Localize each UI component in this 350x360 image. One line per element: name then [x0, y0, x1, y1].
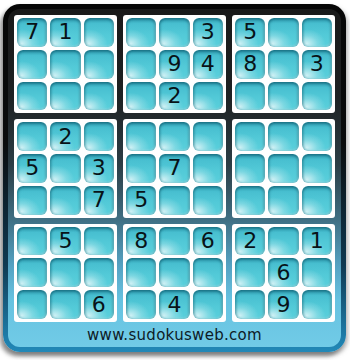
- cell-r4c3[interactable]: [84, 122, 114, 151]
- cell-r4c8[interactable]: [268, 122, 298, 151]
- cell-r3c8[interactable]: [268, 82, 298, 111]
- cell-r9c2[interactable]: [50, 290, 80, 319]
- cell-r1c5[interactable]: [159, 18, 189, 47]
- cell-r9c5[interactable]: 4: [159, 290, 189, 319]
- sudoku-board: 713942583253775568642169: [14, 15, 335, 322]
- cell-r1c9[interactable]: [302, 18, 332, 47]
- cell-r9c4[interactable]: [126, 290, 156, 319]
- cell-r1c7[interactable]: 5: [235, 18, 265, 47]
- sudoku-card-inner: 713942583253775568642169 www.sudokusweb.…: [8, 9, 341, 347]
- cell-r8c9[interactable]: [302, 258, 332, 287]
- cell-r3c7[interactable]: [235, 82, 265, 111]
- cell-r1c4[interactable]: [126, 18, 156, 47]
- cell-r3c4[interactable]: [126, 82, 156, 111]
- cell-r5c8[interactable]: [268, 154, 298, 183]
- cell-r1c3[interactable]: [84, 18, 114, 47]
- cell-r8c2[interactable]: [50, 258, 80, 287]
- cell-r7c3[interactable]: [84, 227, 114, 256]
- cell-r1c8[interactable]: [268, 18, 298, 47]
- cell-r3c2[interactable]: [50, 82, 80, 111]
- cell-r1c2[interactable]: 1: [50, 18, 80, 47]
- cell-r9c3[interactable]: 6: [84, 290, 114, 319]
- cell-r7c8[interactable]: [268, 227, 298, 256]
- cell-r7c4[interactable]: 8: [126, 227, 156, 256]
- sudoku-box-9: 2169: [232, 224, 335, 322]
- site-url[interactable]: www.sudokusweb.com: [87, 326, 262, 344]
- cell-r6c2[interactable]: [50, 186, 80, 215]
- cell-r5c9[interactable]: [302, 154, 332, 183]
- cell-r8c3[interactable]: [84, 258, 114, 287]
- sudoku-box-5: 75: [123, 119, 226, 217]
- cell-r2c7[interactable]: 8: [235, 50, 265, 79]
- cell-r4c2[interactable]: 2: [50, 122, 80, 151]
- cell-r6c9[interactable]: [302, 186, 332, 215]
- cell-r6c5[interactable]: [159, 186, 189, 215]
- cell-r3c9[interactable]: [302, 82, 332, 111]
- sudoku-card: 713942583253775568642169 www.sudokusweb.…: [3, 4, 346, 352]
- cell-r3c3[interactable]: [84, 82, 114, 111]
- cell-r5c2[interactable]: [50, 154, 80, 183]
- sudoku-box-1: 71: [14, 15, 117, 113]
- cell-r2c4[interactable]: [126, 50, 156, 79]
- cell-r9c7[interactable]: [235, 290, 265, 319]
- cell-r9c8[interactable]: 9: [268, 290, 298, 319]
- cell-r7c1[interactable]: [17, 227, 47, 256]
- cell-r2c8[interactable]: [268, 50, 298, 79]
- sudoku-box-8: 864: [123, 224, 226, 322]
- cell-r5c3[interactable]: 3: [84, 154, 114, 183]
- sudoku-box-3: 583: [232, 15, 335, 113]
- cell-r6c8[interactable]: [268, 186, 298, 215]
- cell-r5c5[interactable]: 7: [159, 154, 189, 183]
- cell-r6c7[interactable]: [235, 186, 265, 215]
- cell-r1c6[interactable]: 3: [193, 18, 223, 47]
- cell-r2c6[interactable]: 4: [193, 50, 223, 79]
- sudoku-box-6: [232, 119, 335, 217]
- cell-r1c1[interactable]: 7: [17, 18, 47, 47]
- sudoku-box-4: 2537: [14, 119, 117, 217]
- footer-bar: www.sudokusweb.com: [8, 322, 341, 347]
- cell-r5c4[interactable]: [126, 154, 156, 183]
- cell-r7c5[interactable]: [159, 227, 189, 256]
- cell-r8c8[interactable]: 6: [268, 258, 298, 287]
- cell-r4c9[interactable]: [302, 122, 332, 151]
- cell-r5c7[interactable]: [235, 154, 265, 183]
- cell-r8c6[interactable]: [193, 258, 223, 287]
- cell-r7c7[interactable]: 2: [235, 227, 265, 256]
- cell-r7c9[interactable]: 1: [302, 227, 332, 256]
- cell-r5c1[interactable]: 5: [17, 154, 47, 183]
- cell-r9c9[interactable]: [302, 290, 332, 319]
- cell-r5c6[interactable]: [193, 154, 223, 183]
- cell-r4c7[interactable]: [235, 122, 265, 151]
- cell-r8c5[interactable]: [159, 258, 189, 287]
- cell-r6c3[interactable]: 7: [84, 186, 114, 215]
- cell-r9c6[interactable]: [193, 290, 223, 319]
- sudoku-box-7: 56: [14, 224, 117, 322]
- cell-r6c4[interactable]: 5: [126, 186, 156, 215]
- cell-r4c4[interactable]: [126, 122, 156, 151]
- cell-r2c2[interactable]: [50, 50, 80, 79]
- cell-r8c1[interactable]: [17, 258, 47, 287]
- sudoku-box-2: 3942: [123, 15, 226, 113]
- cell-r8c7[interactable]: [235, 258, 265, 287]
- cell-r3c1[interactable]: [17, 82, 47, 111]
- cell-r2c3[interactable]: [84, 50, 114, 79]
- cell-r4c6[interactable]: [193, 122, 223, 151]
- cell-r2c9[interactable]: 3: [302, 50, 332, 79]
- cell-r9c1[interactable]: [17, 290, 47, 319]
- cell-r3c5[interactable]: 2: [159, 82, 189, 111]
- cell-r7c6[interactable]: 6: [193, 227, 223, 256]
- cell-r2c1[interactable]: [17, 50, 47, 79]
- cell-r4c1[interactable]: [17, 122, 47, 151]
- cell-r8c4[interactable]: [126, 258, 156, 287]
- cell-r2c5[interactable]: 9: [159, 50, 189, 79]
- cell-r6c1[interactable]: [17, 186, 47, 215]
- cell-r7c2[interactable]: 5: [50, 227, 80, 256]
- cell-r6c6[interactable]: [193, 186, 223, 215]
- cell-r4c5[interactable]: [159, 122, 189, 151]
- cell-r3c6[interactable]: [193, 82, 223, 111]
